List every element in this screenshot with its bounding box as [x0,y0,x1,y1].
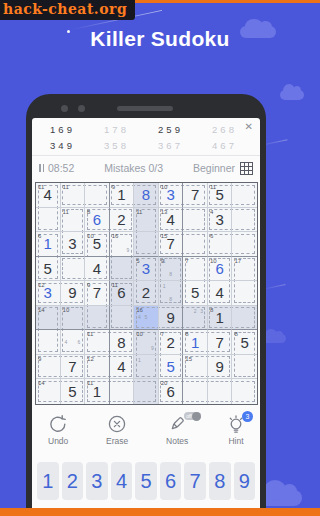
cage-sum-label: 15 [161,233,168,239]
numpad-key-5[interactable]: 5 [135,462,157,500]
note-8: 8 [167,272,174,279]
cell-value: 7 [61,355,85,379]
cage-sum-label: 8 [234,331,237,337]
cell-r9c3[interactable]: 111 [85,379,110,404]
numpad-key-2[interactable]: 2 [62,462,84,500]
combinations-panel: 169178259268 349358367467 [34,121,260,155]
cage-border [208,381,233,403]
cell-r6c3[interactable] [85,306,110,331]
cage-sum-label: 14 [38,380,45,386]
cage-sum-label: 17 [234,258,241,264]
timer-value: 08:52 [48,162,74,174]
undo-icon [48,414,68,434]
cell-r6c1[interactable]: 14 [36,306,61,331]
cell-r1c4[interactable]: 91 [110,183,135,208]
page-title: Killer Sudoku [0,27,292,51]
note-9: 9 [149,345,156,352]
cell-r7c6[interactable]: 72 [159,330,184,355]
cell-value: 9 [61,281,85,305]
numpad-key-4[interactable]: 4 [111,462,133,500]
cell-r3c3[interactable]: 105 [85,232,110,257]
cloud-decoration [280,90,292,100]
cell-value: 8 [134,183,158,207]
cage-border [232,209,255,230]
cell-r4c5[interactable]: 53 [134,257,159,282]
undo-button[interactable]: Undo [48,414,68,456]
cell-r7c2[interactable]: 46 [61,330,86,355]
cell-r3c9[interactable] [232,232,257,257]
numpad-key-1[interactable]: 1 [37,462,59,500]
combination-268: 268 [209,124,237,135]
cell-r5c8[interactable]: 4 [208,281,233,306]
app-screen: 169178259268 349358367467 ✕ 08:52 Mistak… [32,118,260,516]
cage-sum-label: 9 [161,258,164,264]
cell-r8c5[interactable]: 1 [134,355,159,380]
hint-label: Hint [228,436,243,446]
speaker-bar [117,106,173,111]
cage-sum-label: 20 [161,380,168,386]
cell-r4c9[interactable]: 17 [232,257,257,282]
cage-sum-label: 7 [161,331,164,337]
cage-border [234,355,256,377]
notes-off-toggle[interactable]: off [184,412,201,420]
cell-r9c5[interactable] [134,379,159,404]
cage-border [110,381,135,403]
cage-sum-label: 6 [38,233,41,239]
cell-r8c3[interactable]: 12 [85,355,110,380]
cell-r5c7[interactable]: 5 [183,281,208,306]
cell-value: 2 [110,208,134,232]
mistakes-counter: Mistakes 0/3 [104,162,163,174]
cell-r1c8[interactable]: 115 [208,183,233,208]
cell-r8c2[interactable]: 7 [61,355,86,380]
cage-border [134,381,156,403]
cell-r3c1[interactable]: 61 [36,232,61,257]
numpad: 123456789 [37,462,255,500]
cell-r8c7[interactable]: 15 [183,355,208,380]
cage-sum-label: 12 [38,282,45,288]
cage-sum-label: 10 [161,184,168,190]
cell-r1c7[interactable]: 7 [183,183,208,208]
cell-r8c6[interactable]: 5 [159,355,184,380]
combination-358: 358 [101,140,129,151]
cell-r5c4[interactable]: 116 [110,281,135,306]
timer[interactable]: 08:52 [39,162,74,174]
cell-r4c2[interactable] [61,257,86,282]
cell-value: 4 [208,281,232,305]
cage-sum-label: 11 [63,209,69,215]
numpad-key-9[interactable]: 9 [234,462,256,500]
cell-r2c3[interactable]: 86 [85,208,110,233]
note-1: 1 [161,283,168,290]
cell-r3c5[interactable] [134,232,159,257]
cage-sum-label: 5 [136,258,139,264]
cell-r2c1[interactable] [36,208,61,233]
cell-r2c8[interactable]: 43 [208,208,233,233]
cage-sum-label: 8 [185,331,188,337]
cage-border [38,208,59,230]
cell-r3c7[interactable] [183,232,208,257]
app-background: Killer Sudoku 169178259268 349358367467 … [0,0,292,516]
cage-border [232,381,255,403]
notes-label: Notes [166,436,188,446]
status-bar: 08:52 Mistakes 0/3 Beginner [32,156,260,180]
cell-value: 3 [61,232,85,256]
combination-367: 367 [155,140,183,151]
cell-r4c8[interactable]: 106 [208,257,233,282]
cage-sum-label: 15 [185,356,192,362]
cage-border [38,330,59,352]
cage-sum-label: 11 [112,282,118,288]
camera-dot-icon [61,105,68,112]
camera-dot-icon [78,105,85,112]
cell-r7c9[interactable]: 85 [232,330,257,355]
toolbar: Undo Erase [32,414,260,456]
cell-r5c5[interactable]: 2 [134,281,159,306]
cell-r1c6[interactable]: 103 [159,183,184,208]
cell-r6c7[interactable]: 23 [183,306,208,331]
cell-r2c4[interactable]: 2 [110,208,135,233]
watermark: hack-cheat.org [0,0,135,20]
erase-label: Erase [106,436,128,446]
cell-r5c6[interactable]: 18 [159,281,184,306]
cell-value: 4 [85,257,109,281]
combination-349: 349 [47,140,75,151]
cell-r8c8[interactable]: 9 [208,355,233,380]
cage-sum-label: 6 [210,233,213,239]
cage-border [232,234,255,255]
cage-sum-label: 11 [136,209,142,215]
note-6: 6 [76,339,83,346]
cell-value: 5 [183,281,207,305]
cage-sum-label: 9 [87,282,90,288]
cell-r7c5[interactable]: 109 [134,330,159,355]
numpad-key-6[interactable]: 6 [160,462,182,500]
numpad-key-7[interactable]: 7 [184,462,206,500]
cell-r7c8[interactable]: 7 [208,330,233,355]
cage-sum-label: 13 [161,209,168,215]
cage-sum-label: 9 [112,184,115,190]
erase-icon [107,414,127,434]
cell-r7c1[interactable] [36,330,61,355]
cell-r3c6[interactable]: 157 [159,232,184,257]
cell-r5c1[interactable]: 123 [36,281,61,306]
cell-value: 9 [159,306,183,330]
cell-r6c6[interactable]: 9 [159,306,184,331]
cage-sum-label: 7 [185,258,188,264]
cage-sum-label: 10 [136,331,143,337]
cell-value: 7 [208,330,232,354]
cell-r8c1[interactable]: 9 [36,355,61,380]
cell-r1c3[interactable] [85,183,110,208]
cell-r6c2[interactable]: 10 [61,306,86,331]
cell-r9c8[interactable] [208,379,233,404]
notes-button[interactable]: off Notes [166,414,188,456]
cell-r8c4[interactable]: 4 [110,355,135,380]
cell-r3c2[interactable]: 3 [61,232,86,257]
note-8: 8 [167,296,174,303]
pencil-notes: 18 [161,283,181,303]
combinations-grid-icon[interactable] [240,162,253,175]
cage-border [183,209,205,230]
cage-sum-label: 11 [63,184,69,190]
cage-sum-label: 16 [136,307,143,313]
cell-r8c9[interactable] [232,355,257,380]
cell-r4c3[interactable]: 4 [85,257,110,282]
erase-button[interactable]: Erase [106,414,128,456]
cell-value: 7 [183,183,207,207]
cage-sum-label: 10 [87,233,94,239]
cell-r2c9[interactable] [232,208,257,233]
difficulty-label: Beginner [193,162,235,174]
cell-r5c3[interactable]: 97 [85,281,110,306]
cage-sum-label: 11 [210,184,216,190]
cell-r3c8[interactable]: 6 [208,232,233,257]
pause-icon[interactable] [39,164,44,172]
cage-border [62,258,85,279]
cell-r4c7[interactable]: 7 [183,257,208,282]
cell-r1c5[interactable]: 8 [134,183,159,208]
cell-value: 5 [159,355,183,379]
cell-r2c7[interactable] [183,208,208,233]
pencil-notes: 23 [185,308,205,328]
cell-r9c1[interactable]: 14 [36,379,61,404]
cell-r1c9[interactable] [232,183,257,208]
cage-border [183,381,208,403]
undo-label: Undo [48,436,68,446]
cell-r6c4[interactable] [110,306,135,331]
notes-toggle-state: off [184,413,191,419]
cage-sum-label: 4 [210,209,213,215]
note-1: 1 [136,357,143,364]
cage-sum-label: 16 [112,233,119,239]
phone-frame: 169178259268 349358367467 ✕ 08:52 Mistak… [26,94,266,516]
cage-border [183,234,205,255]
hint-count-badge: 3 [242,411,253,422]
cell-value: 5 [36,257,60,281]
cell-r6c8[interactable]: 81 [208,306,233,331]
cell-r2c5[interactable]: 11 [134,208,159,233]
watermark-frame [0,508,292,516]
cage-border [111,306,132,328]
cell-r7c4[interactable]: 8 [110,330,135,355]
cell-r7c3[interactable]: 11 [85,330,110,355]
cage-sum-label: 11 [87,331,93,337]
cage-sum-label: 9 [38,356,41,362]
cell-r4c4[interactable] [110,257,135,282]
cage-border [232,185,255,206]
cage-sum-label: 12 [87,356,94,362]
cage-sum-label: 10 [210,258,217,264]
cell-r4c6[interactable]: 918 [159,257,184,282]
cell-value: 9 [208,355,232,379]
cage-border [85,185,107,206]
cell-r4c1[interactable]: 5 [36,257,61,282]
pencil-notes: 1 [136,357,156,377]
cell-value: 4 [110,355,134,379]
cell-value: 2 [134,281,158,305]
pencil-notes: 46 [63,332,83,352]
combination-259: 259 [155,124,183,135]
combination-row: 349358367467 [34,137,260,153]
note-9: 9 [125,247,132,254]
hint-button[interactable]: 3 Hint [226,414,246,456]
cage-border [136,232,157,254]
note-4: 4 [63,339,70,346]
combination-row: 169178259268 [34,121,260,137]
numpad-key-8[interactable]: 8 [209,462,231,500]
cage-sum-label: 10 [63,307,70,313]
cage-sum-label: 8 [87,209,90,215]
combination-467: 467 [209,140,237,151]
close-icon[interactable]: ✕ [245,122,253,132]
cage-sum-label: 11 [87,380,93,386]
cage-border [232,307,255,328]
cell-r2c6[interactable]: 134 [159,208,184,233]
cage-sum-label: 8 [210,307,213,313]
cage-sum-label: 14 [38,307,45,313]
cell-r7c7[interactable]: 81 [183,330,208,355]
numpad-key-3[interactable]: 3 [86,462,108,500]
cell-r9c7[interactable] [183,379,208,404]
combination-178: 178 [101,124,129,135]
cell-r5c9[interactable] [232,281,257,306]
cell-value: 5 [61,379,85,404]
cell-r1c1[interactable]: 114 [36,183,61,208]
note-3: 3 [198,308,205,315]
cell-r6c5[interactable]: 1645 [134,306,159,331]
cell-r2c2[interactable]: 11 [61,208,86,233]
cell-r9c4[interactable] [110,379,135,404]
note-5: 5 [143,314,150,321]
cell-r6c9[interactable] [232,306,257,331]
cell-r9c9[interactable] [232,379,257,404]
cell-r9c2[interactable]: 5 [61,379,86,404]
cell-value: 8 [110,330,134,354]
sudoku-grid: 1141191810371151186211134436131051691576… [35,182,258,405]
cell-r3c4[interactable]: 169 [110,232,135,257]
cell-r1c2[interactable]: 11 [61,183,86,208]
cage-border [234,281,256,303]
combination-169: 169 [47,124,75,135]
cell-r5c2[interactable]: 9 [61,281,86,306]
cage-border [111,257,132,279]
cell-r9c6[interactable]: 206 [159,379,184,404]
cage-sum-label: 11 [38,184,44,190]
cage-border [87,306,108,328]
